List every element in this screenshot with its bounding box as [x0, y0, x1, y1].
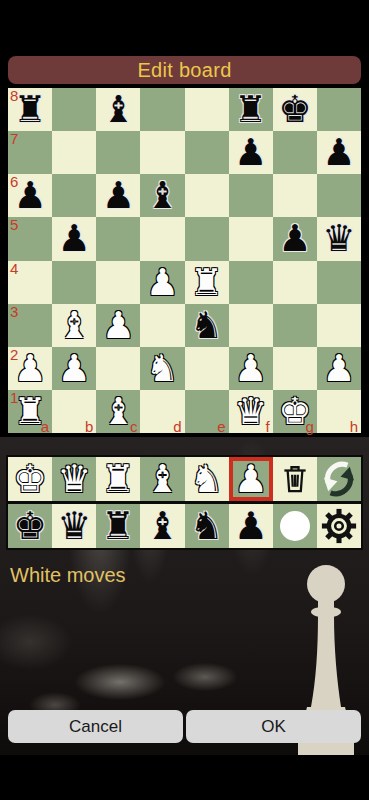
square-a8[interactable]: ♜8 — [8, 88, 52, 131]
rank-label-7: 7 — [10, 131, 18, 147]
square-c3[interactable]: ♟ — [96, 304, 140, 347]
rank-label-5: 5 — [10, 217, 18, 233]
palette-row-black: ♚♛♜♝♞♟ — [8, 504, 361, 548]
black-rook: ♜ — [101, 507, 135, 545]
white-queen: ♛ — [57, 460, 91, 498]
white-knight: ♞ — [146, 350, 179, 387]
square-d8[interactable] — [140, 88, 184, 131]
square-h3[interactable] — [317, 304, 361, 347]
square-g6[interactable] — [273, 174, 317, 217]
file-label-d: d — [173, 419, 181, 435]
palette-cycle-arrows-icon[interactable] — [317, 457, 361, 501]
black-king: ♚ — [278, 91, 311, 128]
white-knight: ♞ — [190, 460, 224, 498]
white-pawn: ♟ — [146, 264, 179, 301]
square-g8[interactable]: ♚ — [273, 88, 317, 131]
file-label-b: b — [85, 419, 93, 435]
square-a6[interactable]: ♟6 — [8, 174, 52, 217]
file-label-c: c — [130, 419, 138, 435]
square-b6[interactable] — [52, 174, 96, 217]
square-f4[interactable] — [229, 261, 273, 304]
white-bishop: ♝ — [145, 460, 179, 498]
white-rook: ♜ — [101, 460, 135, 498]
white-pawn: ♟ — [322, 350, 355, 387]
black-rook: ♜ — [234, 91, 267, 128]
page-title: Edit board — [137, 59, 231, 82]
black-bishop: ♝ — [102, 91, 135, 128]
chess-board: ♜8♝♜♚7♟♟♟6♟♝5♟♟♛4♟♜3♝♟♞♟2♟♞♟♟♜1ab♝cde♛f♚… — [8, 88, 361, 433]
white-queen: ♛ — [234, 393, 267, 430]
square-d5[interactable] — [140, 217, 184, 260]
square-g3[interactable] — [273, 304, 317, 347]
palette-black-rook[interactable]: ♜ — [96, 504, 140, 548]
rank-label-6: 6 — [10, 174, 18, 190]
square-h8[interactable] — [317, 88, 361, 131]
square-f2[interactable]: ♟ — [229, 347, 273, 390]
cancel-button[interactable]: Cancel — [8, 710, 183, 743]
white-rook: ♜ — [190, 264, 223, 301]
square-f7[interactable]: ♟ — [229, 131, 273, 174]
square-g2[interactable] — [273, 347, 317, 390]
square-c4[interactable] — [96, 261, 140, 304]
rank-label-1: 1 — [10, 390, 18, 406]
file-label-a: a — [41, 419, 49, 435]
white-bishop: ♝ — [58, 307, 91, 344]
palette-trash-icon[interactable] — [273, 457, 317, 501]
screen: Edit board ♜8♝♜♚7♟♟♟6♟♝5♟♟♛4♟♜3♝♟♞♟2♟♞♟♟… — [0, 0, 369, 800]
square-h7[interactable]: ♟ — [317, 131, 361, 174]
square-a3[interactable]: 3 — [8, 304, 52, 347]
black-queen: ♛ — [57, 507, 91, 545]
file-label-g: g — [306, 419, 314, 435]
square-b4[interactable] — [52, 261, 96, 304]
square-b3[interactable]: ♝ — [52, 304, 96, 347]
palette-white-queen[interactable]: ♛ — [52, 457, 96, 501]
square-b1[interactable]: b — [52, 390, 96, 433]
square-c7[interactable] — [96, 131, 140, 174]
square-c8[interactable]: ♝ — [96, 88, 140, 131]
palette-row-white: ♚♛♜♝♞♟ — [8, 457, 361, 501]
palette-white-circle-icon[interactable] — [273, 504, 317, 548]
gear-icon — [320, 507, 358, 545]
file-label-e: e — [217, 419, 225, 435]
ok-button[interactable]: OK — [186, 710, 361, 743]
square-g1[interactable]: ♚g — [273, 390, 317, 433]
square-c2[interactable] — [96, 347, 140, 390]
square-f5[interactable] — [229, 217, 273, 260]
square-e3[interactable]: ♞ — [185, 304, 229, 347]
square-a2[interactable]: ♟2 — [8, 347, 52, 390]
square-e5[interactable] — [185, 217, 229, 260]
square-d3[interactable] — [140, 304, 184, 347]
palette-black-king[interactable]: ♚ — [8, 504, 52, 548]
square-d4[interactable]: ♟ — [140, 261, 184, 304]
palette-white-king[interactable]: ♚ — [8, 457, 52, 501]
square-b5[interactable]: ♟ — [52, 217, 96, 260]
white-king: ♚ — [13, 460, 47, 498]
black-knight: ♞ — [190, 307, 223, 344]
square-d6[interactable]: ♝ — [140, 174, 184, 217]
square-f8[interactable]: ♜ — [229, 88, 273, 131]
black-pawn: ♟ — [13, 177, 46, 214]
square-a5[interactable]: 5 — [8, 217, 52, 260]
black-bishop: ♝ — [146, 177, 179, 214]
white-pawn: ♟ — [234, 350, 267, 387]
square-d7[interactable] — [140, 131, 184, 174]
white-circle-icon — [280, 511, 310, 541]
black-pawn: ♟ — [234, 134, 267, 171]
square-h1[interactable]: h — [317, 390, 361, 433]
square-e6[interactable] — [185, 174, 229, 217]
rank-label-4: 4 — [10, 261, 18, 277]
black-pawn: ♟ — [102, 177, 135, 214]
square-g5[interactable]: ♟ — [273, 217, 317, 260]
square-b8[interactable] — [52, 88, 96, 131]
palette-white-rook[interactable]: ♜ — [96, 457, 140, 501]
piece-palette: ♚♛♜♝♞♟ ♚♛♜♝♞♟ — [8, 457, 361, 548]
palette-black-bishop[interactable]: ♝ — [140, 504, 184, 548]
palette-white-knight[interactable]: ♞ — [185, 457, 229, 501]
square-e2[interactable] — [185, 347, 229, 390]
black-knight: ♞ — [190, 507, 224, 545]
square-d1[interactable]: d — [140, 390, 184, 433]
square-a7[interactable]: 7 — [8, 131, 52, 174]
square-g4[interactable] — [273, 261, 317, 304]
palette-white-bishop[interactable]: ♝ — [140, 457, 184, 501]
palette-gear-icon[interactable] — [317, 504, 361, 548]
side-to-move-text: White moves — [10, 564, 126, 587]
square-h5[interactable]: ♛ — [317, 217, 361, 260]
square-b2[interactable]: ♟ — [52, 347, 96, 390]
black-rook: ♜ — [13, 91, 46, 128]
square-f3[interactable] — [229, 304, 273, 347]
file-label-h: h — [350, 419, 358, 435]
trash-icon — [278, 461, 312, 497]
black-pawn: ♟ — [322, 134, 355, 171]
square-e7[interactable] — [185, 131, 229, 174]
palette-black-queen[interactable]: ♛ — [52, 504, 96, 548]
square-h6[interactable] — [317, 174, 361, 217]
square-c1[interactable]: ♝c — [96, 390, 140, 433]
black-queen: ♛ — [322, 220, 355, 257]
square-e8[interactable] — [185, 88, 229, 131]
palette-black-pawn[interactable]: ♟ — [229, 504, 273, 548]
white-pawn: ♟ — [102, 307, 135, 344]
rank-label-3: 3 — [10, 304, 18, 320]
rank-label-8: 8 — [10, 88, 18, 104]
square-e4[interactable]: ♜ — [185, 261, 229, 304]
black-pawn: ♟ — [58, 220, 91, 257]
square-c5[interactable] — [96, 217, 140, 260]
square-g7[interactable] — [273, 131, 317, 174]
black-bishop: ♝ — [145, 507, 179, 545]
palette-black-knight[interactable]: ♞ — [185, 504, 229, 548]
header-bar: Edit board — [8, 56, 361, 84]
palette-white-pawn[interactable]: ♟ — [229, 457, 273, 501]
white-pawn: ♟ — [58, 350, 91, 387]
black-pawn: ♟ — [234, 507, 268, 545]
white-pawn: ♟ — [234, 460, 268, 498]
square-e1[interactable]: e — [185, 390, 229, 433]
file-label-f: f — [266, 419, 270, 435]
square-h4[interactable] — [317, 261, 361, 304]
square-d2[interactable]: ♞ — [140, 347, 184, 390]
white-pawn: ♟ — [13, 350, 46, 387]
black-king: ♚ — [13, 507, 47, 545]
square-a1[interactable]: ♜1a — [8, 390, 52, 433]
rank-label-2: 2 — [10, 347, 18, 363]
square-b7[interactable] — [52, 131, 96, 174]
square-c6[interactable]: ♟ — [96, 174, 140, 217]
square-a4[interactable]: 4 — [8, 261, 52, 304]
black-pawn: ♟ — [278, 220, 311, 257]
square-f6[interactable] — [229, 174, 273, 217]
square-f1[interactable]: ♛f — [229, 390, 273, 433]
square-h2[interactable]: ♟ — [317, 347, 361, 390]
cycle-arrows-icon — [319, 459, 359, 499]
